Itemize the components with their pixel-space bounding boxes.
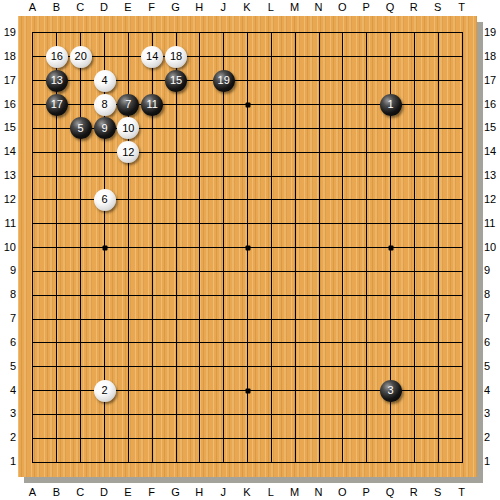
col-label-bottom: M: [284, 485, 306, 500]
row-label-left: 7: [0, 311, 16, 326]
row-label-left: 4: [0, 383, 16, 398]
col-label-bottom: T: [451, 485, 473, 500]
stone-move-number: 15: [170, 75, 182, 86]
row-label-right: 17: [484, 73, 500, 88]
col-label-bottom: G: [165, 485, 187, 500]
row-label-right: 4: [484, 383, 500, 398]
row-label-right: 2: [484, 430, 500, 445]
row-label-left: 5: [0, 359, 16, 374]
col-label-bottom: L: [260, 485, 282, 500]
row-label-right: 11: [484, 216, 500, 231]
grid-line-vertical: [414, 33, 415, 462]
grid-line-vertical: [319, 33, 320, 462]
row-label-left: 16: [0, 97, 16, 112]
go-stone-white[interactable]: 16: [46, 46, 68, 68]
stone-move-number: 13: [51, 75, 63, 86]
go-stone-white[interactable]: 18: [165, 46, 187, 68]
go-stone-black[interactable]: 11: [141, 94, 163, 116]
stone-move-number: 11: [146, 99, 157, 110]
go-board-grid[interactable]: 1234567891011121314151617181920: [32, 32, 463, 463]
row-label-right: 6: [484, 335, 500, 350]
grid-line-vertical: [366, 33, 367, 462]
grid-line-vertical: [342, 33, 343, 462]
go-stone-white[interactable]: 2: [94, 380, 116, 402]
col-label-top: N: [308, 0, 330, 15]
row-label-left: 9: [0, 263, 16, 278]
col-label-top: G: [165, 0, 187, 15]
go-stone-black[interactable]: 7: [117, 94, 139, 116]
col-label-top: D: [93, 0, 115, 15]
row-label-left: 19: [0, 25, 16, 40]
col-label-bottom: F: [141, 485, 163, 500]
col-label-top: E: [117, 0, 139, 15]
go-stone-black[interactable]: 19: [213, 70, 235, 92]
col-label-top: F: [141, 0, 163, 15]
col-label-bottom: K: [236, 485, 258, 500]
stone-move-number: 18: [170, 51, 182, 62]
col-label-bottom: A: [22, 485, 44, 500]
row-label-right: 1: [484, 454, 500, 469]
grid-line-vertical: [438, 33, 439, 462]
row-label-left: 6: [0, 335, 16, 350]
row-label-left: 1: [0, 454, 16, 469]
stone-move-number: 9: [101, 123, 107, 134]
stone-move-number: 19: [218, 75, 230, 86]
go-stone-white[interactable]: 20: [70, 46, 92, 68]
go-stone-white[interactable]: 4: [94, 70, 116, 92]
row-label-right: 9: [484, 263, 500, 278]
row-label-right: 12: [484, 192, 500, 207]
row-label-right: 7: [484, 311, 500, 326]
row-label-left: 14: [0, 144, 16, 159]
col-label-top: K: [236, 0, 258, 15]
row-label-left: 11: [0, 216, 16, 231]
stone-move-number: 3: [387, 385, 393, 396]
col-label-top: L: [260, 0, 282, 15]
row-label-left: 15: [0, 120, 16, 135]
grid-line-horizontal: [33, 319, 462, 320]
stone-move-number: 7: [125, 99, 131, 110]
col-label-bottom: P: [355, 485, 377, 500]
stone-move-number: 10: [122, 123, 134, 134]
grid-line-horizontal: [33, 438, 462, 439]
grid-line-horizontal: [33, 414, 462, 415]
grid-line-vertical: [295, 33, 296, 462]
col-label-top: R: [403, 0, 425, 15]
col-label-top: O: [331, 0, 353, 15]
go-stone-black[interactable]: 3: [380, 380, 402, 402]
col-label-top: C: [69, 0, 91, 15]
star-point: [245, 245, 250, 250]
stone-move-number: 8: [101, 99, 107, 110]
grid-line-horizontal: [33, 342, 462, 343]
row-label-right: 15: [484, 120, 500, 135]
col-label-top: Q: [379, 0, 401, 15]
go-diagram-page: 1234567891011121314151617181920 AABBCCDD…: [0, 0, 500, 500]
stone-move-number: 17: [51, 99, 63, 110]
row-label-right: 19: [484, 25, 500, 40]
row-label-right: 8: [484, 287, 500, 302]
star-point: [102, 245, 107, 250]
stone-move-number: 4: [101, 75, 107, 86]
go-stone-black[interactable]: 1: [380, 94, 402, 116]
col-label-top: J: [212, 0, 234, 15]
col-label-top: A: [22, 0, 44, 15]
row-label-left: 13: [0, 168, 16, 183]
star-point: [245, 102, 250, 107]
row-label-left: 18: [0, 49, 16, 64]
go-stone-white[interactable]: 8: [94, 94, 116, 116]
go-stone-black[interactable]: 17: [46, 94, 68, 116]
stone-move-number: 5: [78, 123, 84, 134]
row-label-left: 12: [0, 192, 16, 207]
star-point: [388, 245, 393, 250]
stone-move-number: 2: [101, 385, 107, 396]
go-board[interactable]: 1234567891011121314151617181920: [18, 16, 477, 477]
col-label-bottom: Q: [379, 485, 401, 500]
col-label-top: P: [355, 0, 377, 15]
go-stone-black[interactable]: 5: [70, 117, 92, 139]
row-label-right: 16: [484, 97, 500, 112]
stone-move-number: 12: [122, 147, 134, 158]
grid-line-horizontal: [33, 366, 462, 367]
stone-move-number: 14: [146, 51, 158, 62]
col-label-bottom: C: [69, 485, 91, 500]
stone-move-number: 1: [387, 99, 393, 110]
stone-move-number: 16: [51, 51, 63, 62]
col-label-bottom: B: [45, 485, 67, 500]
row-label-right: 14: [484, 144, 500, 159]
stone-move-number: 20: [75, 51, 87, 62]
col-label-bottom: O: [331, 485, 353, 500]
col-label-bottom: S: [427, 485, 449, 500]
go-stone-white[interactable]: 12: [117, 141, 139, 163]
col-label-bottom: D: [93, 485, 115, 500]
col-label-bottom: N: [308, 485, 330, 500]
go-stone-black[interactable]: 9: [94, 117, 116, 139]
go-stone-white[interactable]: 6: [94, 189, 116, 211]
row-label-right: 5: [484, 359, 500, 374]
col-label-bottom: H: [188, 485, 210, 500]
go-stone-black[interactable]: 13: [46, 70, 68, 92]
go-stone-black[interactable]: 15: [165, 70, 187, 92]
row-label-left: 10: [0, 240, 16, 255]
go-stone-white[interactable]: 10: [117, 117, 139, 139]
grid-line-horizontal: [33, 295, 462, 296]
col-label-top: T: [451, 0, 473, 15]
col-label-bottom: E: [117, 485, 139, 500]
col-label-bottom: J: [212, 485, 234, 500]
col-label-top: B: [45, 0, 67, 15]
star-point: [245, 388, 250, 393]
col-label-top: H: [188, 0, 210, 15]
row-label-left: 2: [0, 430, 16, 445]
col-label-top: S: [427, 0, 449, 15]
grid-line-vertical: [271, 33, 272, 462]
row-label-left: 3: [0, 406, 16, 421]
row-label-right: 3: [484, 406, 500, 421]
row-label-left: 17: [0, 73, 16, 88]
row-label-right: 18: [484, 49, 500, 64]
stone-move-number: 6: [101, 194, 107, 205]
row-label-left: 8: [0, 287, 16, 302]
col-label-top: M: [284, 0, 306, 15]
go-stone-white[interactable]: 14: [141, 46, 163, 68]
row-label-right: 10: [484, 240, 500, 255]
row-label-right: 13: [484, 168, 500, 183]
col-label-bottom: R: [403, 485, 425, 500]
grid-line-horizontal: [33, 271, 462, 272]
